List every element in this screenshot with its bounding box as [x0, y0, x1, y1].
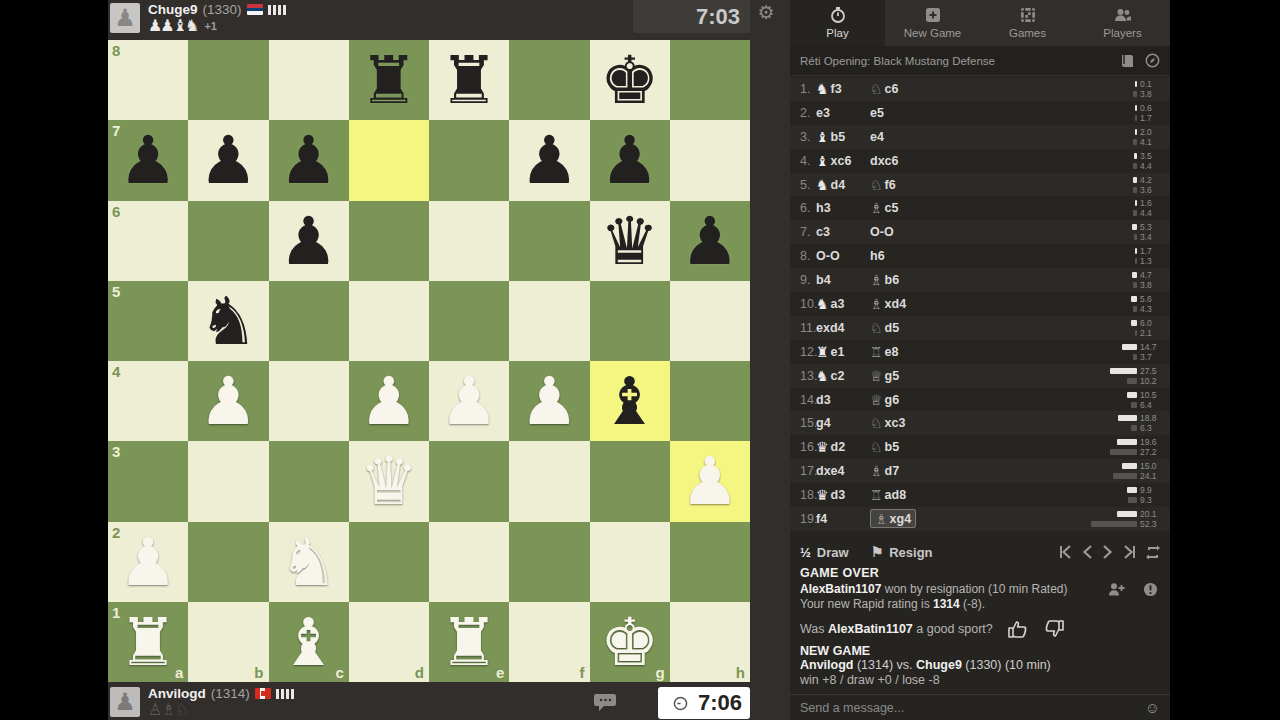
move-number: 19. [790, 512, 816, 526]
white-move[interactable]: ♜e1 [816, 345, 870, 359]
time-bar [1118, 415, 1137, 421]
time-bar [1135, 81, 1137, 87]
white-move[interactable]: ♞c2 [816, 369, 870, 383]
black-move[interactable]: ♘d5 [870, 321, 988, 335]
piece-black-rook[interactable]: ♜ [349, 40, 429, 120]
time-bar [1131, 425, 1137, 431]
piece-black-pawn[interactable]: ♟ [590, 120, 670, 200]
time-value: 4.2 [1140, 175, 1164, 185]
square-b7[interactable]: ♟ [188, 120, 268, 200]
move-row: 3.♝b5e42.04.1 [790, 125, 1170, 149]
file-label: d [415, 664, 424, 681]
piece-white-king[interactable]: ♚ [590, 602, 670, 682]
piece-black-knight[interactable]: ♞ [188, 281, 268, 361]
white-move[interactable]: d3 [816, 393, 870, 407]
black-piece-figurine-icon: ♘ [870, 178, 883, 192]
opening-name-row: Réti Opening: Black Mustang Defense [790, 46, 1170, 76]
move-row: 2.e3e50.61.7 [790, 101, 1170, 125]
white-move[interactable]: b4 [816, 273, 870, 287]
piece-black-bishop[interactable]: ♝ [590, 361, 670, 441]
time-bar [1135, 105, 1137, 111]
move-san: exd4 [816, 321, 845, 335]
time-value: 3.4 [1140, 232, 1164, 242]
rank-label: 5 [112, 283, 120, 300]
piece-black-pawn[interactable]: ♟ [108, 120, 188, 200]
draw-button[interactable]: Draw [817, 545, 849, 560]
black-move[interactable]: ♘c6 [870, 82, 988, 96]
file-label: b [254, 664, 263, 681]
move-san: b5 [831, 130, 846, 144]
move-times: 4.23.6 [1133, 175, 1170, 194]
sidebar-tabs: Play New Game Games Players [790, 0, 1170, 46]
piece-black-king[interactable]: ♚ [590, 40, 670, 120]
black-move[interactable]: e5 [870, 106, 988, 120]
black-move[interactable]: ♕g5 [870, 369, 988, 383]
black-move[interactable]: ♘f6 [870, 178, 988, 192]
time-bar [1133, 177, 1137, 183]
square-g2[interactable] [590, 522, 670, 602]
move-san: e8 [885, 345, 899, 359]
black-piece-figurine-icon: ♖ [870, 345, 883, 359]
square-d2[interactable] [349, 522, 429, 602]
square-b1[interactable]: b [188, 602, 268, 682]
square-h7[interactable] [670, 120, 750, 200]
time-bar [1135, 330, 1137, 336]
square-e8[interactable]: ♜ [429, 40, 509, 120]
video-frame: ♟ Chuge9 (1330) ♟♟♝♞ +1 7:03 8♜♜♚7♟♟♟♟♟6… [0, 0, 1280, 720]
game-over-heading: GAME OVER [790, 566, 1170, 580]
square-b2[interactable] [188, 522, 268, 602]
square-c8[interactable] [269, 40, 349, 120]
time-bar [1127, 378, 1137, 384]
white-piece-figurine-icon: ♛ [816, 488, 829, 502]
square-f1[interactable]: f [509, 602, 589, 682]
time-bar [1113, 473, 1137, 479]
chat-bubble-icon[interactable] [594, 694, 618, 711]
move-number: 4. [790, 154, 816, 168]
square-a2[interactable]: 2♟ [108, 522, 188, 602]
square-g4[interactable]: ♝ [590, 361, 670, 441]
square-f3[interactable] [509, 441, 589, 521]
white-piece-figurine-icon: ♞ [816, 369, 829, 383]
tab-players[interactable]: Players [1075, 0, 1170, 46]
tab-play[interactable]: Play [790, 0, 885, 46]
square-e6[interactable] [429, 201, 509, 281]
square-g8[interactable]: ♚ [590, 40, 670, 120]
time-value: 52.3 [1140, 519, 1164, 529]
move-times: 6.02.1 [1131, 318, 1170, 337]
square-a5[interactable]: 5 [108, 281, 188, 361]
black-piece-figurine-icon: ♗ [870, 464, 883, 478]
opening-name[interactable]: Réti Opening: Black Mustang Defense [800, 55, 995, 67]
square-e4[interactable]: ♟ [429, 361, 509, 441]
white-move[interactable]: ♞d4 [816, 178, 870, 192]
time-value: 5.6 [1140, 294, 1164, 304]
move-san: e1 [831, 345, 845, 359]
time-value: 2.1 [1140, 328, 1164, 338]
black-move[interactable]: ♗c5 [870, 201, 988, 215]
time-bar [1091, 521, 1137, 527]
time-value: 14.7 [1140, 342, 1164, 352]
move-number: 13. [790, 369, 816, 383]
move-number: 2. [790, 106, 816, 120]
time-value: 18.8 [1140, 413, 1164, 423]
piece-white-knight[interactable]: ♞ [269, 522, 349, 602]
black-piece-figurine-icon: ♘ [870, 82, 883, 96]
square-a6[interactable]: 6 [108, 201, 188, 281]
move-san: c2 [831, 369, 845, 383]
rank-label: 3 [112, 443, 120, 460]
square-h8[interactable] [670, 40, 750, 120]
piece-white-rook[interactable]: ♜ [108, 602, 188, 682]
move-times: 15.024.1 [1113, 462, 1170, 481]
time-value: 2.0 [1140, 127, 1164, 137]
first-move-icon[interactable] [1058, 545, 1073, 559]
white-piece-figurine-icon: ♞ [816, 82, 829, 96]
time-bar [1134, 153, 1138, 159]
square-d1[interactable]: d [349, 602, 429, 682]
bottom-player-rating: (1314) [211, 686, 250, 701]
piece-black-pawn[interactable]: ♟ [188, 120, 268, 200]
square-h2[interactable] [670, 522, 750, 602]
time-value: 4.7 [1140, 270, 1164, 280]
square-e7[interactable] [429, 120, 509, 200]
time-value: 3.8 [1140, 89, 1164, 99]
new-game-matchup: Anvilogd (1314) vs. Chuge9 (1330) (10 mi… [790, 658, 1170, 672]
move-number: 10. [790, 297, 816, 311]
resign-button[interactable]: Resign [889, 545, 932, 560]
book-icon[interactable] [1120, 54, 1135, 68]
square-h1[interactable]: h [670, 602, 750, 682]
move-row: 19.f4♗xg420.152.3 [790, 507, 1170, 531]
add-friend-icon[interactable] [1108, 582, 1125, 597]
black-piece-figurine-icon: ♗ [870, 273, 883, 287]
white-move[interactable]: g4 [816, 416, 870, 430]
white-move[interactable]: ♞a3 [816, 297, 870, 311]
move-times: 27.510.2 [1110, 366, 1171, 385]
rank-label: 4 [112, 363, 120, 380]
move-san: d4 [831, 178, 846, 192]
time-value: 4.4 [1140, 161, 1164, 171]
square-b5[interactable]: ♞ [188, 281, 268, 361]
black-piece-figurine-icon: ♗ [875, 512, 888, 526]
square-f7[interactable]: ♟ [509, 120, 589, 200]
move-row: 13.♞c2♕g527.510.2 [790, 364, 1170, 388]
rank-label: 6 [112, 203, 120, 220]
time-bar [1117, 511, 1137, 517]
black-move[interactable]: O-O [870, 225, 988, 239]
time-value: 0.6 [1140, 103, 1164, 113]
tab-games[interactable]: Games [980, 0, 1075, 46]
piece-white-rook[interactable]: ♜ [429, 602, 509, 682]
square-d5[interactable] [349, 281, 429, 361]
square-c4[interactable] [269, 361, 349, 441]
black-move[interactable]: ♗xd4 [870, 297, 988, 311]
game-controls: ½ Draw ⚑ Resign [790, 538, 1170, 566]
move-times: 3.54.4 [1133, 151, 1170, 170]
piece-black-pawn[interactable]: ♟ [509, 120, 589, 200]
white-piece-figurine-icon: ♞ [816, 178, 829, 192]
white-move[interactable]: exd4 [816, 321, 870, 335]
square-b6[interactable] [188, 201, 268, 281]
square-c1[interactable]: c♝ [269, 602, 349, 682]
move-row: 18.♛d3♖ad89.99.3 [790, 483, 1170, 507]
move-row: 10.♞a3♗xd45.64.3 [790, 292, 1170, 316]
piece-black-queen[interactable]: ♛ [590, 201, 670, 281]
move-times: 14.73.7 [1122, 342, 1170, 361]
piece-white-queen[interactable]: ♛ [349, 441, 429, 521]
timer-icon [673, 696, 688, 711]
white-move[interactable]: ♝xc6 [816, 154, 870, 168]
move-san: c6 [885, 82, 899, 96]
square-f6[interactable] [509, 201, 589, 281]
time-bar [1110, 368, 1138, 374]
square-g1[interactable]: g♚ [590, 602, 670, 682]
square-f8[interactable] [509, 40, 589, 120]
emoji-smiley-icon[interactable]: ☺ [1145, 699, 1160, 716]
piece-white-pawn[interactable]: ♟ [188, 361, 268, 441]
move-number: 17. [790, 464, 816, 478]
move-san: c3 [816, 225, 830, 239]
white-piece-figurine-icon: ♜ [816, 345, 829, 359]
time-value: 1.7 [1140, 246, 1164, 256]
next-move-icon[interactable] [1102, 545, 1113, 559]
top-player-name[interactable]: Chuge9 [148, 2, 198, 17]
square-c5[interactable] [269, 281, 349, 361]
board-column: ♟ Chuge9 (1330) ♟♟♝♞ +1 7:03 8♜♜♚7♟♟♟♟♟6… [108, 0, 750, 720]
move-san: a3 [831, 297, 845, 311]
time-bar [1135, 200, 1137, 206]
time-value: 15.0 [1140, 461, 1164, 471]
move-san: f3 [831, 82, 842, 96]
move-san: xg4 [890, 512, 912, 526]
time-value: 9.3 [1140, 495, 1164, 505]
square-a8[interactable]: 8 [108, 40, 188, 120]
time-bar [1135, 258, 1137, 264]
chess-board[interactable]: 8♜♜♚7♟♟♟♟♟6♟♛♟5♞4♟♟♟♟♝3♛♟2♟♞1a♜bc♝de♜fg♚… [108, 40, 750, 682]
piece-white-pawn[interactable]: ♟ [349, 361, 429, 441]
white-move[interactable]: c3 [816, 225, 870, 239]
square-f5[interactable] [509, 281, 589, 361]
piece-white-pawn[interactable]: ♟ [509, 361, 589, 441]
piece-black-rook[interactable]: ♜ [429, 40, 509, 120]
square-c3[interactable] [269, 441, 349, 521]
square-h3[interactable]: ♟ [670, 441, 750, 521]
time-value: 1.7 [1140, 113, 1164, 123]
move-number: 6. [790, 201, 816, 215]
square-h4[interactable] [670, 361, 750, 441]
square-e2[interactable] [429, 522, 509, 602]
white-move[interactable]: h3 [816, 201, 870, 215]
black-move[interactable]: e4 [870, 130, 988, 144]
move-san: O-O [870, 225, 894, 239]
white-move[interactable]: ♛d3 [816, 488, 870, 502]
tab-new-game[interactable]: New Game [885, 0, 980, 46]
square-b4[interactable]: ♟ [188, 361, 268, 441]
move-san: dxc6 [870, 154, 899, 168]
square-g5[interactable] [590, 281, 670, 361]
black-piece-figurine-icon: ♘ [870, 416, 883, 430]
black-move[interactable]: ♘xc3 [870, 416, 988, 430]
move-times: 20.152.3 [1091, 509, 1170, 528]
time-value: 27.5 [1140, 366, 1164, 376]
time-bar [1132, 272, 1137, 278]
bottom-player-avatar[interactable]: ♟ [110, 687, 140, 717]
square-b3[interactable] [188, 441, 268, 521]
square-a3[interactable]: 3 [108, 441, 188, 521]
black-move[interactable]: ♖e8 [870, 345, 988, 359]
white-move[interactable]: e3 [816, 106, 870, 120]
black-move[interactable]: ♗d7 [870, 464, 988, 478]
rating-update: Your new Rapid rating is 1314 (-8). [790, 597, 1170, 611]
move-san: xd4 [885, 297, 907, 311]
sidebar-panel: Play New Game Games Players Réti Opening… [790, 0, 1170, 720]
time-value: 20.1 [1140, 509, 1164, 519]
time-bar [1131, 320, 1137, 326]
time-value: 10.5 [1140, 390, 1164, 400]
move-san: d2 [831, 440, 846, 454]
move-san: ad8 [885, 488, 907, 502]
black-move[interactable]: ♕g6 [870, 393, 988, 407]
black-piece-figurine-icon: ♗ [870, 297, 883, 311]
square-e1[interactable]: e♜ [429, 602, 509, 682]
square-d8[interactable]: ♜ [349, 40, 429, 120]
good-sport-row: Was AlexBatin1107 a good sport? [790, 618, 1170, 640]
time-bar [1133, 91, 1137, 97]
report-icon[interactable] [1143, 582, 1158, 597]
black-move[interactable]: dxc6 [870, 154, 988, 168]
thumbs-down-icon[interactable] [1043, 618, 1065, 640]
bottom-captured-pieces: ♙♗♘ [148, 701, 188, 719]
square-a4[interactable]: 4 [108, 361, 188, 441]
move-san: h6 [870, 249, 885, 263]
square-g7[interactable]: ♟ [590, 120, 670, 200]
time-value: 4.3 [1140, 304, 1164, 314]
time-value: 5.3 [1140, 222, 1164, 232]
move-row: 12.♜e1♖e814.73.7 [790, 340, 1170, 364]
move-san: g6 [885, 393, 900, 407]
square-d3[interactable]: ♛ [349, 441, 429, 521]
move-number: 14. [790, 393, 816, 407]
time-value: 6.4 [1140, 400, 1164, 410]
move-number: 12. [790, 345, 816, 359]
piece-black-pawn[interactable]: ♟ [269, 201, 349, 281]
move-number: 15. [790, 416, 816, 430]
square-d7[interactable] [349, 120, 429, 200]
square-h5[interactable] [670, 281, 750, 361]
square-d4[interactable]: ♟ [349, 361, 429, 441]
move-number: 16. [790, 440, 816, 454]
piece-white-pawn[interactable]: ♟ [429, 361, 509, 441]
white-move[interactable]: ♛d2 [816, 440, 870, 454]
players-icon [1114, 7, 1132, 23]
move-times: 10.56.4 [1127, 390, 1171, 409]
move-san: d3 [831, 488, 846, 502]
piece-white-bishop[interactable]: ♝ [269, 602, 349, 682]
move-san: b5 [885, 440, 900, 454]
top-player-avatar[interactable]: ♟ [110, 3, 140, 33]
black-move[interactable]: ♖ad8 [870, 488, 988, 502]
black-move[interactable]: ♘b5 [870, 440, 988, 454]
piece-black-pawn[interactable]: ♟ [269, 120, 349, 200]
move-san: b6 [885, 273, 900, 287]
move-san: d3 [816, 393, 831, 407]
square-d6[interactable] [349, 201, 429, 281]
square-e3[interactable] [429, 441, 509, 521]
move-san: e4 [870, 130, 884, 144]
black-move[interactable]: h6 [870, 249, 988, 263]
move-times: 5.33.4 [1132, 223, 1170, 242]
white-move[interactable]: ♝b5 [816, 130, 870, 144]
white-piece-figurine-icon: ♝ [816, 154, 829, 168]
time-bar [1122, 463, 1137, 469]
bottom-player-name[interactable]: Anvilogd [148, 686, 206, 701]
time-value: 1.6 [1140, 198, 1164, 208]
square-c2[interactable]: ♞ [269, 522, 349, 602]
move-number: 3. [790, 130, 816, 144]
black-move[interactable]: ♗b6 [870, 273, 988, 287]
square-b8[interactable] [188, 40, 268, 120]
time-value: 4.4 [1140, 208, 1164, 218]
move-times: 5.64.3 [1131, 294, 1170, 313]
square-e5[interactable] [429, 281, 509, 361]
square-g3[interactable] [590, 441, 670, 521]
piece-white-pawn[interactable]: ♟ [670, 441, 750, 521]
thumbs-up-icon[interactable] [1007, 618, 1029, 640]
piece-black-pawn[interactable]: ♟ [670, 201, 750, 281]
prev-move-icon[interactable] [1082, 545, 1093, 559]
move-times: 19.627.2 [1110, 438, 1170, 457]
connection-signal-icon [268, 5, 286, 15]
move-number: 18. [790, 488, 816, 502]
bottom-player-bar: ♟ Anvilogd (1314) ♙♗♘ 7:06 [108, 684, 750, 720]
explorer-icon[interactable] [1145, 53, 1160, 68]
time-value: 19.6 [1140, 437, 1164, 447]
white-move[interactable]: f4 [816, 512, 870, 526]
piece-white-pawn[interactable]: ♟ [108, 522, 188, 602]
time-bar [1128, 497, 1137, 503]
square-a1[interactable]: 1a♜ [108, 602, 188, 682]
rank-label: 8 [112, 42, 120, 59]
time-bar [1133, 210, 1137, 216]
last-move-icon[interactable] [1122, 545, 1137, 559]
settings-gear-icon[interactable]: ⚙ [754, 2, 778, 24]
move-row: 1.♞f3♘c60.13.8 [790, 77, 1170, 101]
white-move[interactable]: O-O [816, 249, 870, 263]
chat-input[interactable]: Send a message... ☺ [790, 694, 1170, 720]
square-f4[interactable]: ♟ [509, 361, 589, 441]
square-a7[interactable]: 7♟ [108, 120, 188, 200]
black-move[interactable]: ♗xg4 [870, 509, 988, 528]
square-h6[interactable]: ♟ [670, 201, 750, 281]
square-f2[interactable] [509, 522, 589, 602]
move-row: 14.d3♕g610.56.4 [790, 388, 1170, 412]
plus-square-icon [925, 7, 941, 23]
square-c7[interactable]: ♟ [269, 120, 349, 200]
white-move[interactable]: ♞f3 [816, 82, 870, 96]
white-move[interactable]: dxe4 [816, 464, 870, 478]
move-san: g5 [885, 369, 900, 383]
current-move-highlight[interactable]: ♗xg4 [870, 509, 916, 528]
top-captured-pieces: ♟♟♝♞ +1 [148, 17, 217, 35]
flip-board-icon[interactable] [1146, 545, 1160, 560]
time-bar [1127, 487, 1137, 493]
black-piece-figurine-icon: ♕ [870, 393, 883, 407]
square-g6[interactable]: ♛ [590, 201, 670, 281]
move-row: 7.c3O-O5.33.4 [790, 220, 1170, 244]
square-c6[interactable]: ♟ [269, 201, 349, 281]
move-row: 9.b4♗b64.73.8 [790, 268, 1170, 292]
